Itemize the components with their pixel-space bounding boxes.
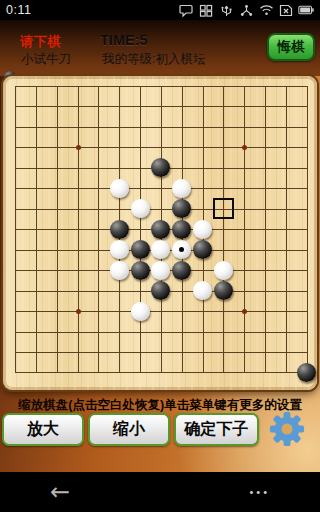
black-stone <box>151 281 170 300</box>
chat-icon <box>178 3 194 17</box>
black-stone <box>131 261 150 280</box>
white-stone <box>172 179 191 198</box>
white-stone <box>110 261 129 280</box>
goban[interactable] <box>3 76 317 390</box>
move-cursor-square[interactable] <box>213 198 234 219</box>
confirm-move-button[interactable]: 确定下子 <box>174 413 259 446</box>
grid-line-vertical <box>244 86 245 374</box>
grid-line-vertical <box>286 86 287 374</box>
white-stone <box>131 199 150 218</box>
black-stone <box>172 220 191 239</box>
grid-line-vertical <box>307 86 308 374</box>
star-point <box>242 309 247 314</box>
black-stone <box>110 220 129 239</box>
black-stone <box>151 158 170 177</box>
wifi-icon <box>258 3 274 17</box>
black-stone <box>172 261 191 280</box>
sim-missing-icon <box>278 3 294 17</box>
white-stone <box>172 240 191 259</box>
difficulty-level: 小试牛刀 <box>21 51 71 68</box>
settings-gear-icon[interactable] <box>268 410 306 448</box>
grid-line-horizontal <box>15 311 308 312</box>
white-stone <box>110 240 129 259</box>
move-timer: TIME:5 <box>100 32 148 48</box>
usb-icon <box>218 3 234 17</box>
star-point <box>76 309 81 314</box>
control-bar: 放大 缩小 确定下子 <box>0 413 320 447</box>
grid-line-horizontal <box>15 332 308 333</box>
player-rank: 我的等级:初入棋坛 <box>102 51 205 68</box>
black-stone <box>151 220 170 239</box>
clock: 0:11 <box>6 3 31 17</box>
zoom-in-button[interactable]: 放大 <box>2 413 84 446</box>
black-stone <box>297 363 316 382</box>
black-stone <box>172 199 191 218</box>
grid-line-vertical <box>223 86 224 374</box>
black-stone <box>193 240 212 259</box>
overflow-menu-icon[interactable]: ••• <box>249 486 270 498</box>
app-grid-icon <box>198 3 214 17</box>
battery-icon <box>298 3 314 17</box>
game-header: 请下棋 TIME:5 悔棋 小试牛刀 我的等级:初入棋坛 <box>0 20 320 76</box>
white-stone <box>110 179 129 198</box>
star-point <box>76 145 81 150</box>
white-stone <box>214 261 233 280</box>
nav-bar: ← ••• <box>0 472 320 512</box>
white-stone <box>151 261 170 280</box>
grid-line-horizontal <box>15 372 308 373</box>
zoom-out-button[interactable]: 缩小 <box>88 413 170 446</box>
status-icons <box>178 3 314 17</box>
grid-line-vertical <box>265 86 266 374</box>
turn-message: 请下棋 <box>20 33 61 51</box>
share-icon <box>238 3 254 17</box>
black-stone <box>214 281 233 300</box>
app-screen: 0:11 请下棋 TI <box>0 0 320 512</box>
back-arrow-icon[interactable]: ← <box>50 472 70 512</box>
undo-button[interactable]: 悔棋 <box>267 33 315 61</box>
white-stone <box>193 281 212 300</box>
grid-line-horizontal <box>15 352 308 353</box>
white-stone <box>131 302 150 321</box>
white-stone <box>151 240 170 259</box>
white-stone <box>193 220 212 239</box>
star-point <box>242 145 247 150</box>
last-move-marker <box>179 247 184 252</box>
black-stone <box>131 240 150 259</box>
status-bar: 0:11 <box>0 0 320 20</box>
